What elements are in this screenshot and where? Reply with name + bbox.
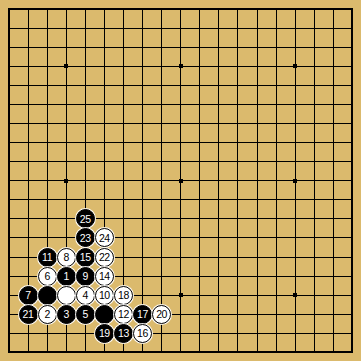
stone-move-number: 4 [83,290,88,301]
stone-white-plain[interactable] [57,286,76,305]
stone-move-number: 8 [63,252,68,263]
stone-black-13[interactable]: 13 [114,324,133,343]
star-point [293,293,297,297]
stone-white-12[interactable]: 12 [114,305,133,324]
stone-move-number: 11 [42,252,52,263]
stone-move-number: 3 [63,309,68,320]
star-point [179,293,183,297]
go-board: 2523241181522619147410182123512172019131… [0,0,361,361]
stone-move-number: 10 [99,290,110,301]
stone-move-number: 1 [63,271,68,282]
stone-black-3[interactable]: 3 [57,305,76,324]
grid-line-horizontal [9,333,352,334]
stone-black-17[interactable]: 17 [133,305,152,324]
star-point [64,64,68,68]
stone-move-number: 7 [25,290,30,301]
grid-line-vertical [314,9,315,352]
stone-move-number: 21 [23,309,34,320]
stone-white-14[interactable]: 14 [95,267,114,286]
grid-line-vertical [237,9,238,352]
stone-black-1[interactable]: 1 [57,267,76,286]
stone-move-number: 19 [99,328,110,339]
stone-move-number: 5 [83,309,88,320]
stone-white-20[interactable]: 20 [152,305,171,324]
stone-black-11[interactable]: 11 [38,248,57,267]
stone-white-4[interactable]: 4 [76,286,95,305]
stone-black-21[interactable]: 21 [19,305,38,324]
stone-move-number: 24 [99,233,110,244]
stone-black-plain[interactable] [95,305,114,324]
stone-move-number: 22 [99,252,110,263]
star-point [179,179,183,183]
stone-black-9[interactable]: 9 [76,267,95,286]
stone-move-number: 2 [44,309,49,320]
stone-move-number: 23 [80,233,91,244]
stone-move-number: 17 [137,309,148,320]
grid-line-vertical [333,9,334,352]
stone-black-15[interactable]: 15 [76,248,95,267]
grid-line-vertical [199,9,200,352]
stone-white-22[interactable]: 22 [95,248,114,267]
stone-white-2[interactable]: 2 [38,305,57,324]
stone-white-10[interactable]: 10 [95,286,114,305]
stone-move-number: 12 [118,309,129,320]
stone-move-number: 14 [99,271,110,282]
stone-black-7[interactable]: 7 [19,286,38,305]
grid-line-horizontal [9,199,352,200]
stone-black-19[interactable]: 19 [95,324,114,343]
stone-move-number: 16 [137,328,148,339]
grid-line-vertical [218,9,219,352]
stone-black-plain[interactable] [38,286,57,305]
grid-line-horizontal [9,237,352,238]
stone-move-number: 15 [80,252,91,263]
star-point [293,64,297,68]
stone-move-number: 6 [44,271,49,282]
stone-black-25[interactable]: 25 [76,209,95,228]
stone-white-16[interactable]: 16 [133,324,152,343]
stone-black-5[interactable]: 5 [76,305,95,324]
grid-line-vertical [257,9,258,352]
star-point [179,64,183,68]
star-point [293,179,297,183]
star-point [64,179,68,183]
stone-move-number: 25 [80,214,91,225]
stone-white-18[interactable]: 18 [114,286,133,305]
stone-move-number: 18 [118,290,129,301]
stone-white-8[interactable]: 8 [57,248,76,267]
grid-line-vertical [276,9,277,352]
grid-line-horizontal [9,218,352,219]
stone-move-number: 13 [118,328,129,339]
stone-move-number: 20 [156,309,167,320]
stone-white-6[interactable]: 6 [38,267,57,286]
stone-move-number: 9 [83,271,88,282]
